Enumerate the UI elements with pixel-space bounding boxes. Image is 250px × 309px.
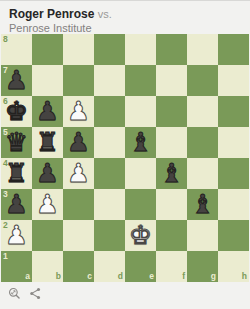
square-h4[interactable]: [218, 158, 249, 189]
vs-label: vs.: [98, 8, 112, 20]
square-b2[interactable]: [32, 220, 63, 251]
white-pawn[interactable]: ♟: [32, 189, 63, 220]
square-b7[interactable]: [32, 65, 63, 96]
square-d4[interactable]: [94, 158, 125, 189]
coord-file-d: d: [118, 272, 123, 281]
coord-file-e: e: [149, 272, 154, 281]
square-h3[interactable]: [218, 189, 249, 220]
square-a5[interactable]: 5♛: [1, 127, 32, 158]
coord-rank-1: 1: [3, 252, 8, 261]
square-e5[interactable]: ♝: [125, 127, 156, 158]
square-a7[interactable]: 7♟: [1, 65, 32, 96]
coord-rank-8: 8: [3, 35, 8, 44]
black-king[interactable]: ♚: [1, 96, 32, 127]
black-pawn[interactable]: ♟: [32, 96, 63, 127]
square-d1[interactable]: d: [94, 251, 125, 282]
black-bishop[interactable]: ♝: [125, 127, 156, 158]
black-bishop[interactable]: ♝: [156, 158, 187, 189]
black-pawn[interactable]: ♟: [1, 65, 32, 96]
coord-file-f: f: [182, 272, 185, 281]
square-e8[interactable]: [125, 34, 156, 65]
square-c1[interactable]: c: [63, 251, 94, 282]
white-pawn[interactable]: ♟: [63, 96, 94, 127]
square-b1[interactable]: b: [32, 251, 63, 282]
square-a2[interactable]: 2♟: [1, 220, 32, 251]
coord-file-a: a: [25, 272, 30, 281]
square-h1[interactable]: h: [218, 251, 249, 282]
diagram-header: Roger Penrose vs. Penrose Institute: [0, 1, 250, 34]
square-g1[interactable]: g: [187, 251, 218, 282]
square-e7[interactable]: [125, 65, 156, 96]
square-c7[interactable]: [63, 65, 94, 96]
players-line: Roger Penrose vs.: [9, 7, 241, 21]
square-c3[interactable]: [63, 189, 94, 220]
square-c6[interactable]: ♟: [63, 96, 94, 127]
square-d6[interactable]: [94, 96, 125, 127]
square-d8[interactable]: [94, 34, 125, 65]
coord-file-c: c: [87, 272, 92, 281]
square-f4[interactable]: ♝: [156, 158, 187, 189]
square-f5[interactable]: [156, 127, 187, 158]
square-c8[interactable]: [63, 34, 94, 65]
square-f3[interactable]: [156, 189, 187, 220]
black-rook[interactable]: ♜: [32, 127, 63, 158]
square-e3[interactable]: [125, 189, 156, 220]
black-pawn[interactable]: ♟: [63, 127, 94, 158]
square-h2[interactable]: [218, 220, 249, 251]
square-d3[interactable]: [94, 189, 125, 220]
square-a3[interactable]: 3♟: [1, 189, 32, 220]
black-pawn[interactable]: ♟: [1, 189, 32, 220]
share-icon: [29, 287, 42, 301]
chess-diagram-card: Roger Penrose vs. Penrose Institute 87♟6…: [0, 0, 250, 309]
black-queen[interactable]: ♛: [1, 127, 32, 158]
square-e6[interactable]: [125, 96, 156, 127]
square-a6[interactable]: 6♚: [1, 96, 32, 127]
square-h7[interactable]: [218, 65, 249, 96]
chess-board: 87♟6♚♟♟5♛♜♟♝4♜♟♟♝3♟♟♝2♟♚1abcdefgh: [1, 34, 249, 282]
black-bishop[interactable]: ♝: [187, 189, 218, 220]
square-g8[interactable]: [187, 34, 218, 65]
square-b5[interactable]: ♜: [32, 127, 63, 158]
square-a4[interactable]: 4♜: [1, 158, 32, 189]
square-g6[interactable]: [187, 96, 218, 127]
square-g2[interactable]: [187, 220, 218, 251]
white-player-name: Roger Penrose: [9, 7, 94, 21]
white-pawn[interactable]: ♟: [63, 158, 94, 189]
square-d5[interactable]: [94, 127, 125, 158]
square-h8[interactable]: [218, 34, 249, 65]
square-e4[interactable]: [125, 158, 156, 189]
square-c5[interactable]: ♟: [63, 127, 94, 158]
white-pawn[interactable]: ♟: [1, 220, 32, 251]
square-b8[interactable]: [32, 34, 63, 65]
square-a1[interactable]: 1a: [1, 251, 32, 282]
square-d2[interactable]: [94, 220, 125, 251]
square-h6[interactable]: [218, 96, 249, 127]
square-c2[interactable]: [63, 220, 94, 251]
square-b4[interactable]: ♟: [32, 158, 63, 189]
square-g7[interactable]: [187, 65, 218, 96]
square-c4[interactable]: ♟: [63, 158, 94, 189]
coord-file-h: h: [242, 272, 247, 281]
square-e2[interactable]: ♚: [125, 220, 156, 251]
square-e1[interactable]: e: [125, 251, 156, 282]
black-pawn[interactable]: ♟: [32, 158, 63, 189]
diagram-footer: [0, 282, 250, 309]
zoom-expand-icon: [8, 287, 21, 301]
coord-file-b: b: [56, 272, 61, 281]
square-h5[interactable]: [218, 127, 249, 158]
square-d7[interactable]: [94, 65, 125, 96]
square-b3[interactable]: ♟: [32, 189, 63, 220]
square-a8[interactable]: 8: [1, 34, 32, 65]
square-f2[interactable]: [156, 220, 187, 251]
square-f1[interactable]: f: [156, 251, 187, 282]
square-g4[interactable]: [187, 158, 218, 189]
square-g3[interactable]: ♝: [187, 189, 218, 220]
share-button[interactable]: [29, 287, 43, 301]
white-king[interactable]: ♚: [125, 220, 156, 251]
square-f6[interactable]: [156, 96, 187, 127]
square-f7[interactable]: [156, 65, 187, 96]
zoom-expand-button[interactable]: [8, 287, 22, 301]
black-rook[interactable]: ♜: [1, 158, 32, 189]
coord-file-g: g: [211, 272, 216, 281]
square-f8[interactable]: [156, 34, 187, 65]
square-b6[interactable]: ♟: [32, 96, 63, 127]
square-g5[interactable]: [187, 127, 218, 158]
